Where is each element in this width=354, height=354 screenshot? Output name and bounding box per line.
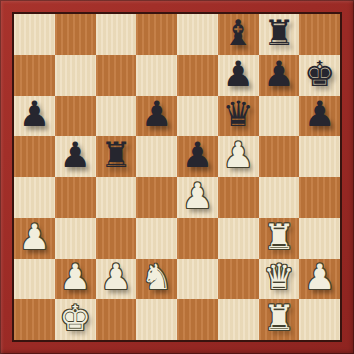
square-g2[interactable]: ♛: [259, 259, 300, 300]
square-d2[interactable]: ♞: [136, 259, 177, 300]
square-e5[interactable]: ♟: [177, 136, 218, 177]
black-rook-icon[interactable]: ♜: [263, 16, 294, 51]
black-rook-icon[interactable]: ♜: [100, 138, 131, 173]
white-pawn-icon[interactable]: ♟: [222, 138, 253, 173]
square-b5[interactable]: ♟: [55, 136, 96, 177]
square-e1[interactable]: [177, 299, 218, 340]
white-queen-icon[interactable]: ♛: [263, 260, 294, 295]
square-e4[interactable]: ♟: [177, 177, 218, 218]
black-queen-icon[interactable]: ♛: [222, 97, 253, 132]
square-c4[interactable]: [96, 177, 137, 218]
square-b4[interactable]: [55, 177, 96, 218]
black-pawn-icon[interactable]: ♟: [182, 138, 213, 173]
square-a7[interactable]: [14, 55, 55, 96]
square-f7[interactable]: ♟: [218, 55, 259, 96]
black-king-icon[interactable]: ♚: [304, 57, 335, 92]
square-c3[interactable]: [96, 218, 137, 259]
chess-board: ♝♜♟♟♚♟♟♛♟♟♜♟♟♟♟♜♟♟♞♛♟♚♜: [12, 12, 342, 342]
square-a1[interactable]: [14, 299, 55, 340]
square-h7[interactable]: ♚: [299, 55, 340, 96]
square-a6[interactable]: ♟: [14, 96, 55, 137]
square-b3[interactable]: [55, 218, 96, 259]
square-g1[interactable]: ♜: [259, 299, 300, 340]
white-king-icon[interactable]: ♚: [59, 301, 90, 336]
square-a5[interactable]: [14, 136, 55, 177]
board-frame: ♝♜♟♟♚♟♟♛♟♟♜♟♟♟♟♜♟♟♞♛♟♚♜: [0, 0, 354, 354]
square-f1[interactable]: [218, 299, 259, 340]
black-pawn-icon[interactable]: ♟: [222, 57, 253, 92]
square-c1[interactable]: [96, 299, 137, 340]
square-g8[interactable]: ♜: [259, 14, 300, 55]
square-a4[interactable]: [14, 177, 55, 218]
square-f6[interactable]: ♛: [218, 96, 259, 137]
square-h6[interactable]: ♟: [299, 96, 340, 137]
black-pawn-icon[interactable]: ♟: [19, 97, 50, 132]
square-b1[interactable]: ♚: [55, 299, 96, 340]
square-g5[interactable]: [259, 136, 300, 177]
black-pawn-icon[interactable]: ♟: [59, 138, 90, 173]
square-b8[interactable]: [55, 14, 96, 55]
square-d5[interactable]: [136, 136, 177, 177]
square-g4[interactable]: [259, 177, 300, 218]
square-c8[interactable]: [96, 14, 137, 55]
square-g6[interactable]: [259, 96, 300, 137]
white-pawn-icon[interactable]: ♟: [304, 260, 335, 295]
square-a8[interactable]: [14, 14, 55, 55]
square-f2[interactable]: [218, 259, 259, 300]
black-pawn-icon[interactable]: ♟: [263, 57, 294, 92]
square-e7[interactable]: [177, 55, 218, 96]
white-pawn-icon[interactable]: ♟: [19, 220, 50, 255]
black-pawn-icon[interactable]: ♟: [304, 97, 335, 132]
square-h4[interactable]: [299, 177, 340, 218]
white-pawn-icon[interactable]: ♟: [59, 260, 90, 295]
square-d7[interactable]: [136, 55, 177, 96]
square-h3[interactable]: [299, 218, 340, 259]
black-bishop-icon[interactable]: ♝: [222, 16, 253, 51]
square-c7[interactable]: [96, 55, 137, 96]
square-e6[interactable]: [177, 96, 218, 137]
white-knight-icon[interactable]: ♞: [141, 260, 172, 295]
square-h5[interactable]: [299, 136, 340, 177]
square-a3[interactable]: ♟: [14, 218, 55, 259]
white-pawn-icon[interactable]: ♟: [100, 260, 131, 295]
white-pawn-icon[interactable]: ♟: [182, 179, 213, 214]
square-d1[interactable]: [136, 299, 177, 340]
square-c2[interactable]: ♟: [96, 259, 137, 300]
square-d6[interactable]: ♟: [136, 96, 177, 137]
square-f8[interactable]: ♝: [218, 14, 259, 55]
square-b7[interactable]: [55, 55, 96, 96]
square-e3[interactable]: [177, 218, 218, 259]
white-rook-icon[interactable]: ♜: [263, 220, 294, 255]
square-a2[interactable]: [14, 259, 55, 300]
square-f3[interactable]: [218, 218, 259, 259]
square-h8[interactable]: [299, 14, 340, 55]
square-f4[interactable]: [218, 177, 259, 218]
square-g3[interactable]: ♜: [259, 218, 300, 259]
square-c6[interactable]: [96, 96, 137, 137]
black-pawn-icon[interactable]: ♟: [141, 97, 172, 132]
square-d8[interactable]: [136, 14, 177, 55]
square-e2[interactable]: [177, 259, 218, 300]
square-c5[interactable]: ♜: [96, 136, 137, 177]
square-h2[interactable]: ♟: [299, 259, 340, 300]
square-f5[interactable]: ♟: [218, 136, 259, 177]
square-h1[interactable]: [299, 299, 340, 340]
square-d3[interactable]: [136, 218, 177, 259]
square-b6[interactable]: [55, 96, 96, 137]
white-rook-icon[interactable]: ♜: [263, 301, 294, 336]
square-g7[interactable]: ♟: [259, 55, 300, 96]
square-d4[interactable]: [136, 177, 177, 218]
square-b2[interactable]: ♟: [55, 259, 96, 300]
square-e8[interactable]: [177, 14, 218, 55]
